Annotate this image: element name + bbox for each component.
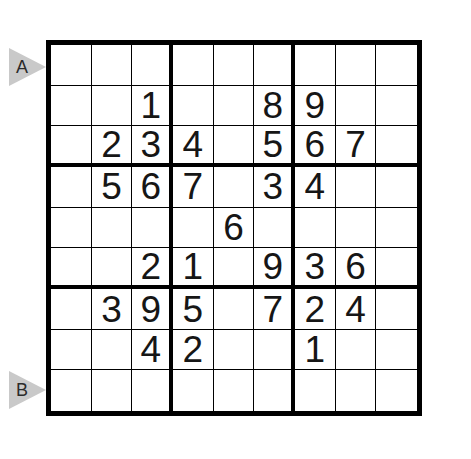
cell-r3c9[interactable] [376, 126, 417, 167]
cell-r3c5[interactable] [214, 126, 255, 167]
cell-r2c1[interactable] [51, 86, 92, 127]
cell-r7c4: 5 [173, 289, 214, 330]
cell-r5c3[interactable] [132, 208, 173, 249]
cell-r2c4[interactable] [173, 86, 214, 127]
cell-r1c9[interactable] [376, 45, 417, 86]
cell-r3c7: 6 [295, 126, 336, 167]
cell-r6c5[interactable] [214, 248, 255, 289]
row-marker-b-label: B [9, 380, 28, 401]
cell-r5c5: 6 [214, 208, 255, 249]
sudoku-page: A B 18923456756734621936395724421 [0, 0, 471, 459]
row-marker-a: A [9, 48, 46, 86]
cell-r5c1[interactable] [51, 208, 92, 249]
cell-r9c2[interactable] [92, 370, 133, 411]
sudoku-board: 18923456756734621936395724421 [46, 40, 422, 416]
cell-r7c3: 9 [132, 289, 173, 330]
cell-r9c3[interactable] [132, 370, 173, 411]
cell-r7c7: 2 [295, 289, 336, 330]
cell-r1c6[interactable] [254, 45, 295, 86]
cell-r4c3: 6 [132, 167, 173, 208]
cell-r6c9[interactable] [376, 248, 417, 289]
cell-r9c7[interactable] [295, 370, 336, 411]
cell-r7c9[interactable] [376, 289, 417, 330]
cell-r7c6: 7 [254, 289, 295, 330]
cell-r2c3: 1 [132, 86, 173, 127]
cell-r5c7[interactable] [295, 208, 336, 249]
cell-r6c6: 9 [254, 248, 295, 289]
cell-r9c5[interactable] [214, 370, 255, 411]
cell-r8c7: 1 [295, 330, 336, 371]
cell-r2c6: 8 [254, 86, 295, 127]
cell-r7c8: 4 [336, 289, 377, 330]
cell-r8c3: 4 [132, 330, 173, 371]
cell-r3c6: 5 [254, 126, 295, 167]
cell-r3c2: 2 [92, 126, 133, 167]
cell-r6c7: 3 [295, 248, 336, 289]
cell-r9c8[interactable] [336, 370, 377, 411]
cell-r8c6[interactable] [254, 330, 295, 371]
cell-r4c1[interactable] [51, 167, 92, 208]
cell-r5c4[interactable] [173, 208, 214, 249]
cell-r1c4[interactable] [173, 45, 214, 86]
cell-r7c2: 3 [92, 289, 133, 330]
cell-r6c2[interactable] [92, 248, 133, 289]
row-marker-a-label: A [9, 57, 28, 78]
cell-r7c1[interactable] [51, 289, 92, 330]
cell-r9c9[interactable] [376, 370, 417, 411]
cell-r4c7: 4 [295, 167, 336, 208]
cell-r2c7: 9 [295, 86, 336, 127]
cell-r1c8[interactable] [336, 45, 377, 86]
cell-r2c5[interactable] [214, 86, 255, 127]
cell-r1c3[interactable] [132, 45, 173, 86]
cell-r3c8: 7 [336, 126, 377, 167]
cell-r3c3: 3 [132, 126, 173, 167]
cell-r4c5[interactable] [214, 167, 255, 208]
cell-r9c4[interactable] [173, 370, 214, 411]
cell-r3c1[interactable] [51, 126, 92, 167]
cell-r8c4: 2 [173, 330, 214, 371]
cell-r1c2[interactable] [92, 45, 133, 86]
row-marker-b: B [9, 371, 46, 409]
cell-r4c8[interactable] [336, 167, 377, 208]
cell-r8c2[interactable] [92, 330, 133, 371]
cell-r5c6[interactable] [254, 208, 295, 249]
cell-r6c8: 6 [336, 248, 377, 289]
cell-r4c6: 3 [254, 167, 295, 208]
cell-r1c5[interactable] [214, 45, 255, 86]
cell-r9c1[interactable] [51, 370, 92, 411]
cell-r6c1[interactable] [51, 248, 92, 289]
cell-r2c9[interactable] [376, 86, 417, 127]
cell-r5c2[interactable] [92, 208, 133, 249]
cell-r4c9[interactable] [376, 167, 417, 208]
cell-r5c9[interactable] [376, 208, 417, 249]
cell-r8c9[interactable] [376, 330, 417, 371]
cell-r8c8[interactable] [336, 330, 377, 371]
cell-r8c5[interactable] [214, 330, 255, 371]
cell-r6c4: 1 [173, 248, 214, 289]
cell-r4c4: 7 [173, 167, 214, 208]
cell-r8c1[interactable] [51, 330, 92, 371]
cell-r6c3: 2 [132, 248, 173, 289]
cell-r2c8[interactable] [336, 86, 377, 127]
cell-r9c6[interactable] [254, 370, 295, 411]
cell-r2c2[interactable] [92, 86, 133, 127]
cell-r5c8[interactable] [336, 208, 377, 249]
cell-r4c2: 5 [92, 167, 133, 208]
cell-r3c4: 4 [173, 126, 214, 167]
cell-r1c1[interactable] [51, 45, 92, 86]
cell-r1c7[interactable] [295, 45, 336, 86]
cell-r7c5[interactable] [214, 289, 255, 330]
